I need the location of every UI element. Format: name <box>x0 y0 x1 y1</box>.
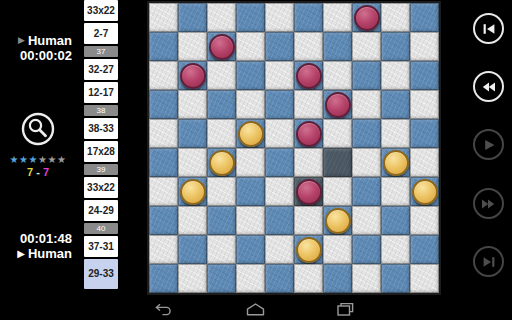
move-item[interactable]: 38-33 <box>84 118 118 139</box>
board-square[interactable] <box>294 32 323 61</box>
board-square[interactable] <box>207 177 236 206</box>
score-right: 7 <box>43 166 49 178</box>
board-square[interactable] <box>207 119 236 148</box>
board-square[interactable] <box>149 61 178 90</box>
board-square[interactable] <box>381 61 410 90</box>
board-square[interactable] <box>178 32 207 61</box>
board-square[interactable] <box>294 264 323 293</box>
top-player: ▶ Human 00:00:02 <box>0 33 82 63</box>
yellow-piece[interactable] <box>238 121 264 147</box>
move-item-selected[interactable]: 29-33 <box>84 259 118 289</box>
board-square[interactable] <box>294 206 323 235</box>
move-number-header: 40 <box>84 223 118 234</box>
board-square[interactable] <box>352 264 381 293</box>
board-square[interactable] <box>410 61 439 90</box>
red-piece[interactable] <box>296 121 322 147</box>
yellow-piece[interactable] <box>209 150 235 176</box>
board-square[interactable] <box>207 264 236 293</box>
yellow-piece[interactable] <box>383 150 409 176</box>
score-separator: - <box>36 166 40 178</box>
board-square[interactable] <box>294 90 323 119</box>
board-square[interactable] <box>323 206 352 235</box>
move-number-header: 37 <box>84 46 118 57</box>
red-piece[interactable] <box>296 63 322 89</box>
home-button[interactable] <box>245 302 266 317</box>
board-square[interactable] <box>352 3 381 32</box>
board-square[interactable] <box>410 264 439 293</box>
board-square[interactable] <box>381 32 410 61</box>
board-square[interactable] <box>265 119 294 148</box>
board-square[interactable] <box>149 32 178 61</box>
board-square[interactable] <box>294 119 323 148</box>
board-square[interactable] <box>352 32 381 61</box>
board-square[interactable] <box>178 206 207 235</box>
bottom-player-clock: 00:01:48 <box>0 231 82 246</box>
yellow-piece[interactable] <box>412 179 438 205</box>
board-square[interactable] <box>236 177 265 206</box>
board-square[interactable] <box>149 90 178 119</box>
star-icon: ★ <box>57 154 66 165</box>
move-item[interactable]: 32-27 <box>84 59 118 80</box>
board-square[interactable] <box>236 206 265 235</box>
move-list[interactable]: 33x222-73732-2712-173838-3317x283933x222… <box>84 0 118 291</box>
android-nav-bar <box>0 300 512 320</box>
move-number-header: 38 <box>84 105 118 116</box>
board-square[interactable] <box>381 90 410 119</box>
board-square[interactable] <box>207 90 236 119</box>
board-square[interactable] <box>410 90 439 119</box>
home-icon <box>245 302 266 317</box>
board-square[interactable] <box>178 90 207 119</box>
recents-button[interactable] <box>336 302 355 317</box>
board-square[interactable] <box>294 3 323 32</box>
skip-to-start-icon <box>482 22 496 36</box>
board-square[interactable] <box>236 32 265 61</box>
move-number-header: 39 <box>84 164 118 175</box>
yellow-piece[interactable] <box>296 237 322 263</box>
board-square[interactable] <box>294 148 323 177</box>
board-square[interactable] <box>323 148 352 177</box>
board-square[interactable] <box>265 235 294 264</box>
board-square[interactable] <box>265 90 294 119</box>
yellow-piece[interactable] <box>180 179 206 205</box>
fast-forward-button[interactable] <box>473 188 504 219</box>
move-item[interactable]: 33x22 <box>84 177 118 198</box>
board-square[interactable] <box>236 119 265 148</box>
play-button[interactable] <box>473 129 504 160</box>
bottom-turn-indicator-icon: ▶ <box>17 249 25 259</box>
board-square[interactable] <box>410 235 439 264</box>
board-square[interactable] <box>294 235 323 264</box>
move-item[interactable]: 12-17 <box>84 82 118 103</box>
board-square[interactable] <box>410 148 439 177</box>
board-square[interactable] <box>149 235 178 264</box>
board-square[interactable] <box>207 206 236 235</box>
board-square[interactable] <box>236 90 265 119</box>
board-square[interactable] <box>265 61 294 90</box>
board-square[interactable] <box>207 61 236 90</box>
board-square[interactable] <box>323 32 352 61</box>
star-icon: ★ <box>47 154 56 165</box>
rewind-button[interactable] <box>473 71 504 102</box>
board-square[interactable] <box>236 264 265 293</box>
board-square[interactable] <box>236 148 265 177</box>
board-square[interactable] <box>381 206 410 235</box>
board-square[interactable] <box>323 90 352 119</box>
top-turn-indicator-icon: ▶ <box>18 36 25 45</box>
board-square[interactable] <box>178 119 207 148</box>
board-square[interactable] <box>178 264 207 293</box>
board-square[interactable] <box>265 206 294 235</box>
star-icon: ★ <box>10 154 19 165</box>
board-square[interactable] <box>236 235 265 264</box>
board-square[interactable] <box>265 32 294 61</box>
board-square[interactable] <box>323 264 352 293</box>
board-square[interactable] <box>265 177 294 206</box>
draughts-board[interactable] <box>147 1 441 295</box>
board-square[interactable] <box>352 61 381 90</box>
board-square[interactable] <box>149 148 178 177</box>
board-square[interactable] <box>178 148 207 177</box>
draughts-app: ▶ Human 00:00:02 ★★★★★★ 7 - 7 00:01:48 <box>0 0 512 320</box>
board-square[interactable] <box>236 61 265 90</box>
skip-to-end-icon <box>482 255 496 269</box>
board-square[interactable] <box>381 3 410 32</box>
board-square[interactable] <box>381 119 410 148</box>
top-player-name: Human <box>28 33 72 48</box>
board-square[interactable] <box>149 177 178 206</box>
board-square[interactable] <box>294 61 323 90</box>
board-square[interactable] <box>207 32 236 61</box>
skip-to-end-button[interactable] <box>473 246 504 277</box>
star-icon: ★ <box>29 154 38 165</box>
board-square[interactable] <box>381 235 410 264</box>
analysis-block: ★★★★★★ 7 - 7 <box>0 112 76 178</box>
board-square[interactable] <box>236 3 265 32</box>
board-square[interactable] <box>149 3 178 32</box>
score-left: 7 <box>27 166 33 178</box>
skip-to-start-button[interactable] <box>473 13 504 44</box>
board-square[interactable] <box>207 3 236 32</box>
board-square[interactable] <box>352 206 381 235</box>
red-piece[interactable] <box>209 34 235 60</box>
recents-icon <box>336 302 355 317</box>
board-square[interactable] <box>149 119 178 148</box>
board-square[interactable] <box>352 119 381 148</box>
board-square[interactable] <box>381 264 410 293</box>
red-piece[interactable] <box>354 5 380 31</box>
magnifier-icon <box>20 134 56 151</box>
board-square[interactable] <box>381 177 410 206</box>
board-square[interactable] <box>178 177 207 206</box>
rewind-icon <box>481 80 496 94</box>
board-square[interactable] <box>265 3 294 32</box>
back-button[interactable] <box>153 302 174 317</box>
board-square[interactable] <box>149 264 178 293</box>
left-panel: ▶ Human 00:00:02 ★★★★★★ 7 - 7 00:01:48 <box>0 0 82 300</box>
fast-forward-icon <box>481 197 496 211</box>
move-item[interactable]: 37-31 <box>84 236 118 257</box>
move-item[interactable]: 24-29 <box>84 200 118 221</box>
difficulty-stars: ★★★★★★ <box>0 155 76 165</box>
board-square[interactable] <box>323 177 352 206</box>
red-piece[interactable] <box>296 179 322 205</box>
move-item[interactable]: 2-7 <box>84 23 118 44</box>
board-square[interactable] <box>352 90 381 119</box>
board-square[interactable] <box>410 119 439 148</box>
board-square[interactable] <box>323 61 352 90</box>
board-square[interactable] <box>149 206 178 235</box>
move-item[interactable]: 17x28 <box>84 141 118 162</box>
board-square[interactable] <box>178 61 207 90</box>
board-square[interactable] <box>323 119 352 148</box>
yellow-piece[interactable] <box>325 208 351 234</box>
board-square[interactable] <box>352 177 381 206</box>
red-piece[interactable] <box>325 92 351 118</box>
board-square[interactable] <box>207 235 236 264</box>
star-icon: ★ <box>19 154 28 165</box>
board-square[interactable] <box>410 206 439 235</box>
material-score: 7 - 7 <box>0 166 76 178</box>
red-piece[interactable] <box>180 63 206 89</box>
board-square[interactable] <box>207 148 236 177</box>
board-square[interactable] <box>381 148 410 177</box>
board-square[interactable] <box>178 235 207 264</box>
bottom-player-name: Human <box>28 246 72 261</box>
play-icon <box>482 138 496 152</box>
board-square[interactable] <box>410 32 439 61</box>
board-square[interactable] <box>323 3 352 32</box>
board-square[interactable] <box>352 148 381 177</box>
board-square[interactable] <box>410 3 439 32</box>
board-square[interactable] <box>410 177 439 206</box>
board-square[interactable] <box>265 264 294 293</box>
board-square[interactable] <box>352 235 381 264</box>
board-square[interactable] <box>265 148 294 177</box>
board-square[interactable] <box>178 3 207 32</box>
back-icon <box>153 302 174 317</box>
move-item[interactable]: 33x22 <box>84 0 118 21</box>
bottom-player: 00:01:48 ▶ Human <box>0 231 82 261</box>
top-player-clock: 00:00:02 <box>0 48 82 63</box>
board-square[interactable] <box>323 235 352 264</box>
board-square[interactable] <box>294 177 323 206</box>
